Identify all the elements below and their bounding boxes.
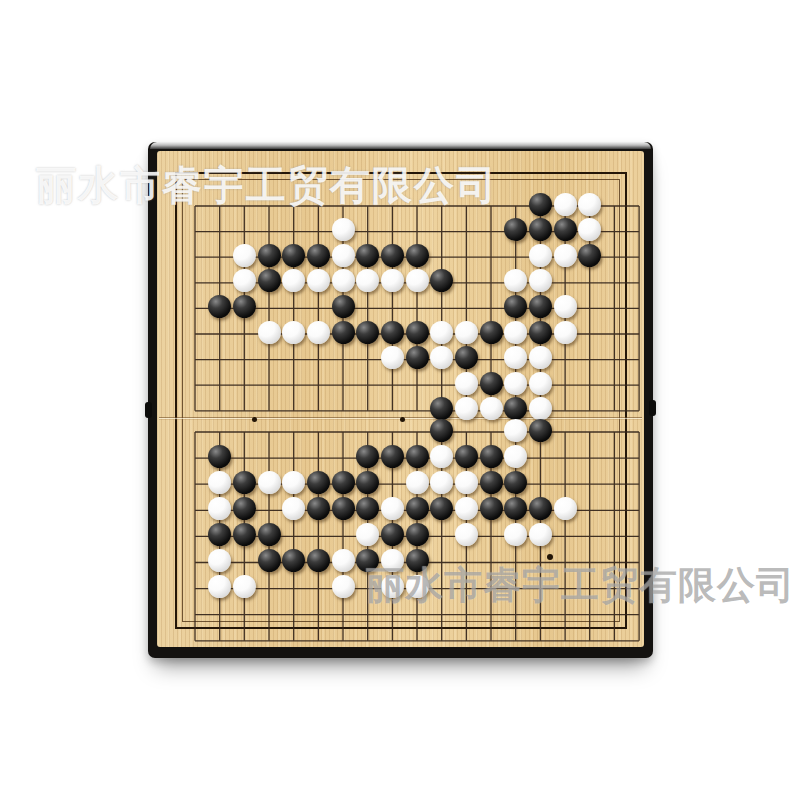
black-stone (406, 549, 429, 572)
black-stone (307, 471, 330, 494)
black-stone (356, 497, 379, 520)
white-stone (430, 471, 453, 494)
hinge-tab-left (145, 402, 152, 418)
white-stone (529, 372, 552, 395)
white-stone (332, 218, 355, 241)
black-stone (381, 523, 404, 546)
white-stone (406, 471, 429, 494)
black-stone (529, 321, 552, 344)
black-stone (480, 445, 503, 468)
black-stone (258, 549, 281, 572)
black-stone (208, 445, 231, 468)
black-stone (529, 497, 552, 520)
hinge-dot (252, 417, 257, 422)
black-stone (406, 497, 429, 520)
black-stone (307, 549, 330, 572)
black-stone (356, 244, 379, 267)
white-stone (233, 575, 256, 598)
white-stone (554, 244, 577, 267)
black-stone (455, 346, 478, 369)
black-stone (529, 419, 552, 442)
black-stone (529, 295, 552, 318)
white-stone (381, 497, 404, 520)
black-stone (282, 244, 305, 267)
white-stone (282, 321, 305, 344)
white-stone (332, 575, 355, 598)
white-stone (282, 471, 305, 494)
white-stone (554, 193, 577, 216)
black-stone (356, 321, 379, 344)
black-stone (406, 244, 429, 267)
white-stone (406, 575, 429, 598)
black-stone (554, 218, 577, 241)
black-stone (504, 497, 527, 520)
black-stone (480, 471, 503, 494)
white-stone (406, 269, 429, 292)
white-stone (455, 523, 478, 546)
white-stone (504, 445, 527, 468)
black-stone (233, 471, 256, 494)
white-stone (554, 295, 577, 318)
white-stone (554, 321, 577, 344)
white-stone (258, 471, 281, 494)
white-stone (529, 523, 552, 546)
white-stone (455, 471, 478, 494)
black-stone (480, 372, 503, 395)
white-stone (529, 346, 552, 369)
black-stone (430, 497, 453, 520)
white-stone (307, 321, 330, 344)
white-stone (233, 269, 256, 292)
black-stone (406, 445, 429, 468)
black-stone (406, 523, 429, 546)
black-stone (332, 321, 355, 344)
white-stone (332, 549, 355, 572)
black-stone (381, 244, 404, 267)
go-board (148, 142, 653, 658)
black-stone (406, 321, 429, 344)
black-stone (504, 471, 527, 494)
black-stone (233, 523, 256, 546)
black-stone (455, 445, 478, 468)
black-stone (356, 445, 379, 468)
black-stone (307, 244, 330, 267)
white-stone (504, 372, 527, 395)
frame-bevel-highlight (150, 142, 651, 149)
white-stone (332, 269, 355, 292)
black-stone (208, 295, 231, 318)
black-stone (233, 497, 256, 520)
white-stone (258, 321, 281, 344)
white-stone (480, 397, 503, 420)
black-stone (332, 295, 355, 318)
white-stone (430, 445, 453, 468)
white-stone (504, 523, 527, 546)
black-stone (529, 193, 552, 216)
black-stone (258, 523, 281, 546)
black-stone (480, 321, 503, 344)
hinge-dot (400, 417, 405, 422)
white-stone (208, 497, 231, 520)
white-stone (208, 471, 231, 494)
black-stone (356, 471, 379, 494)
black-stone (381, 321, 404, 344)
black-stone (381, 445, 404, 468)
black-stone (307, 497, 330, 520)
white-stone (381, 549, 404, 572)
black-stone (332, 471, 355, 494)
white-stone (529, 244, 552, 267)
hinge-tab-right (649, 400, 656, 416)
white-stone (233, 244, 256, 267)
black-stone (258, 269, 281, 292)
white-stone (381, 575, 404, 598)
black-stone (208, 523, 231, 546)
black-stone (430, 419, 453, 442)
star-point (547, 554, 553, 560)
black-stone (332, 497, 355, 520)
black-stone (578, 244, 601, 267)
white-stone (356, 523, 379, 546)
black-stone (480, 497, 503, 520)
black-stone (504, 295, 527, 318)
white-stone (504, 419, 527, 442)
black-stone (406, 346, 429, 369)
white-stone (282, 497, 305, 520)
white-stone (455, 321, 478, 344)
black-stone (529, 218, 552, 241)
black-stone (258, 244, 281, 267)
white-stone (455, 497, 478, 520)
white-stone (504, 321, 527, 344)
white-stone (430, 321, 453, 344)
white-stone (332, 244, 355, 267)
white-stone (554, 497, 577, 520)
black-stone (233, 295, 256, 318)
white-stone (455, 372, 478, 395)
wood-surface (157, 151, 644, 647)
white-stone (578, 193, 601, 216)
white-stone (381, 346, 404, 369)
